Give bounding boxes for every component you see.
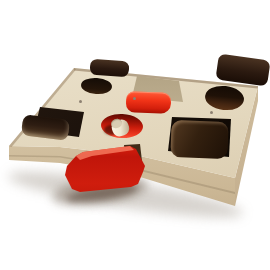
puzzle-board-photo [0, 0, 270, 270]
red-sliding-cover[interactable] [126, 91, 172, 114]
back-left-dark-slider[interactable] [89, 59, 129, 78]
back-right-dark-slider[interactable] [215, 54, 270, 87]
vent-hole [79, 100, 82, 103]
vent-hole [210, 111, 213, 114]
middle-right-dark-block[interactable] [170, 120, 228, 159]
vent-hole [133, 97, 136, 100]
